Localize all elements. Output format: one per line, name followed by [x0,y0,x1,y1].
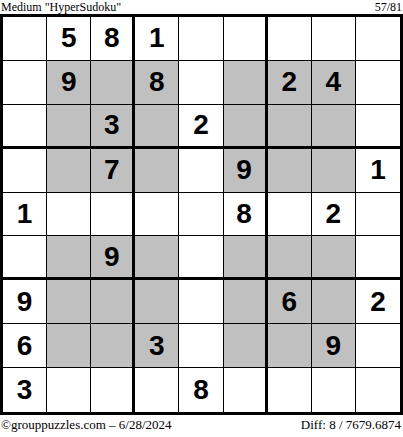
cell-r5c6: 8 [224,193,268,237]
cell-r9c1: 3 [3,368,47,412]
cell-r5c3[interactable] [91,193,135,237]
cell-r2c7: 2 [268,61,312,105]
cell-r8c8: 9 [312,324,356,368]
cell-r7c7: 6 [268,280,312,324]
cell-r8c3[interactable] [91,324,135,368]
cell-r9c5: 8 [179,368,223,412]
cell-r8c1: 6 [3,324,47,368]
cell-r8c5[interactable] [179,324,223,368]
cell-r2c5[interactable] [179,61,223,105]
cell-r2c4: 8 [135,61,179,105]
cell-r3c8[interactable] [312,105,356,149]
cell-r4c8[interactable] [312,149,356,193]
cell-r9c6[interactable] [224,368,268,412]
cell-r9c7[interactable] [268,368,312,412]
cell-r3c2[interactable] [47,105,91,149]
cell-r6c9[interactable] [356,236,400,280]
cell-r1c8[interactable] [312,17,356,61]
cell-r6c3: 9 [91,236,135,280]
cell-r3c4[interactable] [135,105,179,149]
cell-r2c3[interactable] [91,61,135,105]
header: Medium "HyperSudoku" 57/81 [0,0,403,14]
cell-r5c5[interactable] [179,193,223,237]
cell-r9c3[interactable] [91,368,135,412]
puzzle-title: Medium "HyperSudoku" [1,1,121,14]
sudoku-board: 581982432791182996263938 [0,14,403,415]
cell-r3c6[interactable] [224,105,268,149]
cell-r3c5: 2 [179,105,223,149]
cell-r8c2[interactable] [47,324,91,368]
cell-r1c9[interactable] [356,17,400,61]
cell-r5c1: 1 [3,193,47,237]
cell-r8c7[interactable] [268,324,312,368]
cell-r2c1[interactable] [3,61,47,105]
cell-r8c9[interactable] [356,324,400,368]
footer: ©grouppuzzles.com – 6/28/2024 Diff: 8 / … [0,415,403,437]
cell-r2c6[interactable] [224,61,268,105]
cell-r6c5[interactable] [179,236,223,280]
cell-r6c2[interactable] [47,236,91,280]
cell-r5c7[interactable] [268,193,312,237]
cell-r7c3[interactable] [91,280,135,324]
cell-r4c4[interactable] [135,149,179,193]
cell-r5c4[interactable] [135,193,179,237]
cell-r1c3: 8 [91,17,135,61]
cell-r4c2[interactable] [47,149,91,193]
cell-r9c2[interactable] [47,368,91,412]
cell-r4c1[interactable] [3,149,47,193]
cell-r6c6[interactable] [224,236,268,280]
cell-r2c2: 9 [47,61,91,105]
cell-r1c1[interactable] [3,17,47,61]
cell-r2c8: 4 [312,61,356,105]
cell-r1c4: 1 [135,17,179,61]
cell-r5c8: 2 [312,193,356,237]
cell-r7c1: 9 [3,280,47,324]
cell-r5c9[interactable] [356,193,400,237]
cell-r5c2[interactable] [47,193,91,237]
difficulty-text: Diff: 8 / 7679.6874 [301,417,401,433]
cell-r1c2: 5 [47,17,91,61]
cell-r6c8[interactable] [312,236,356,280]
cell-r4c3: 7 [91,149,135,193]
copyright-text: ©grouppuzzles.com – 6/28/2024 [1,417,172,433]
cell-r9c8[interactable] [312,368,356,412]
cell-r4c9: 1 [356,149,400,193]
cell-r3c9[interactable] [356,105,400,149]
cell-r7c2[interactable] [47,280,91,324]
cell-r7c6[interactable] [224,280,268,324]
cell-r1c5[interactable] [179,17,223,61]
puzzle-page: Medium "HyperSudoku" 57/81 5819824327911… [0,0,403,437]
cell-r7c5[interactable] [179,280,223,324]
cell-r6c7[interactable] [268,236,312,280]
cell-r9c4[interactable] [135,368,179,412]
cell-r1c6[interactable] [224,17,268,61]
cell-r3c3: 3 [91,105,135,149]
cell-r4c6: 9 [224,149,268,193]
cell-r1c7[interactable] [268,17,312,61]
cell-r6c4[interactable] [135,236,179,280]
cell-r3c1[interactable] [3,105,47,149]
cell-r7c8[interactable] [312,280,356,324]
empty-cell-counter: 57/81 [375,1,402,14]
cell-r4c7[interactable] [268,149,312,193]
cell-r9c9[interactable] [356,368,400,412]
cell-r3c7[interactable] [268,105,312,149]
cell-r8c4: 3 [135,324,179,368]
cell-r2c9[interactable] [356,61,400,105]
cell-r8c6[interactable] [224,324,268,368]
cell-r7c9: 2 [356,280,400,324]
cell-r6c1[interactable] [3,236,47,280]
cell-r4c5[interactable] [179,149,223,193]
cell-r7c4[interactable] [135,280,179,324]
